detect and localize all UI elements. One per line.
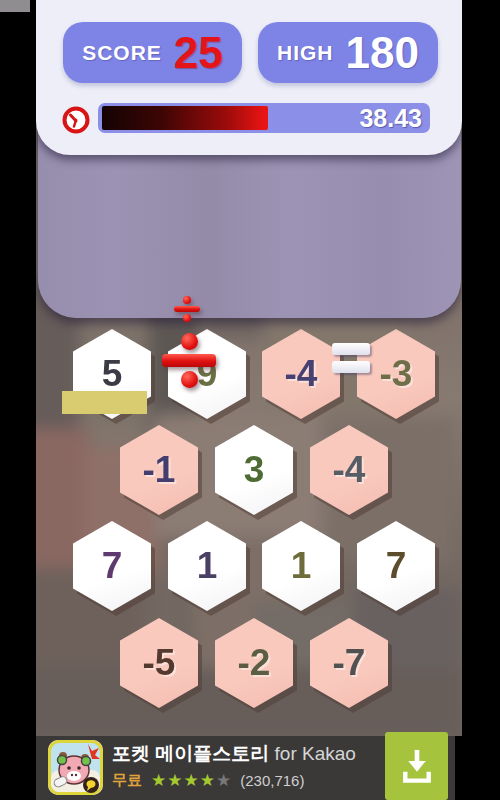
star-full-icon: ★ — [200, 772, 215, 789]
hex-tile[interactable]: 1 — [168, 521, 246, 611]
score-value: 25 — [174, 28, 223, 78]
hex-value: -2 — [238, 642, 271, 684]
phone-screen: 59-4-3-13-47117-5-2-7 SCORE 25 HIGH 180 — [0, 0, 500, 800]
divide-operator-small-icon — [174, 296, 200, 322]
timer-fill — [102, 106, 268, 130]
ad-row: 포켓 메이플스토리 for Kakao 무료 ★★★★★ (230,716) — [36, 736, 462, 800]
rating-stars: ★★★★★ — [151, 772, 231, 789]
hex-value: -4 — [285, 353, 318, 395]
timer-value: 38.43 — [359, 103, 422, 133]
score-pill: SCORE 25 — [63, 22, 242, 83]
clock-icon — [62, 106, 90, 134]
hex-value: 1 — [291, 545, 312, 587]
status-bar-remnant — [0, 0, 30, 12]
high-value: 180 — [346, 28, 419, 78]
divide-operator-icon[interactable] — [162, 333, 216, 388]
hex-tile[interactable]: -7 — [310, 618, 388, 708]
high-label: HIGH — [277, 41, 334, 65]
hex-value: -4 — [333, 449, 366, 491]
ad-app-icon[interactable] — [48, 740, 103, 795]
star-full-icon: ★ — [184, 772, 199, 789]
ad-title-main: 포켓 메이플스토리 — [112, 743, 269, 764]
ad-title-suffix: for Kakao — [269, 743, 356, 764]
hex-value: -7 — [333, 642, 366, 684]
ad-banner[interactable]: 포켓 메이플스토리 for Kakao 무료 ★★★★★ (230,716) — [36, 736, 455, 800]
ad-text: 포켓 메이플스토리 for Kakao 무료 ★★★★★ (230,716) — [112, 741, 356, 790]
download-icon — [399, 747, 435, 785]
rating-count: (230,716) — [240, 772, 304, 789]
hex-tile[interactable]: -4 — [310, 425, 388, 515]
hex-value: -5 — [143, 642, 176, 684]
download-button[interactable] — [385, 732, 448, 800]
hex-value: -3 — [380, 353, 413, 395]
hex-tile[interactable]: -5 — [120, 618, 198, 708]
star-full-icon: ★ — [167, 772, 182, 789]
hex-value: 3 — [244, 449, 265, 491]
high-score-pill: HIGH 180 — [258, 22, 438, 83]
hud-panel: SCORE 25 HIGH 180 38.43 — [36, 0, 462, 155]
hex-tile[interactable]: -4 — [262, 329, 340, 419]
answer-slot[interactable] — [62, 391, 147, 414]
ad-title: 포켓 메이플스토리 for Kakao — [112, 741, 356, 767]
hex-tile[interactable]: -1 — [120, 425, 198, 515]
hex-tile[interactable]: 1 — [262, 521, 340, 611]
hex-value: 1 — [197, 545, 218, 587]
timer-bar: 38.43 — [98, 103, 430, 133]
score-label: SCORE — [82, 41, 162, 65]
hex-tile[interactable]: 7 — [357, 521, 435, 611]
star-empty-icon: ★ — [216, 772, 231, 789]
hex-tile[interactable]: -2 — [215, 618, 293, 708]
hex-tile[interactable]: 3 — [215, 425, 293, 515]
equation-panel — [38, 128, 461, 318]
hex-value: 5 — [102, 353, 123, 395]
hex-value: -1 — [143, 449, 176, 491]
equals-sign-icon — [332, 343, 370, 373]
ad-price: 무료 — [112, 771, 142, 790]
game-app: 59-4-3-13-47117-5-2-7 SCORE 25 HIGH 180 — [36, 0, 462, 800]
hex-value: 7 — [102, 545, 123, 587]
star-full-icon: ★ — [151, 772, 166, 789]
hex-value: 7 — [386, 545, 407, 587]
hex-tile[interactable]: 7 — [73, 521, 151, 611]
